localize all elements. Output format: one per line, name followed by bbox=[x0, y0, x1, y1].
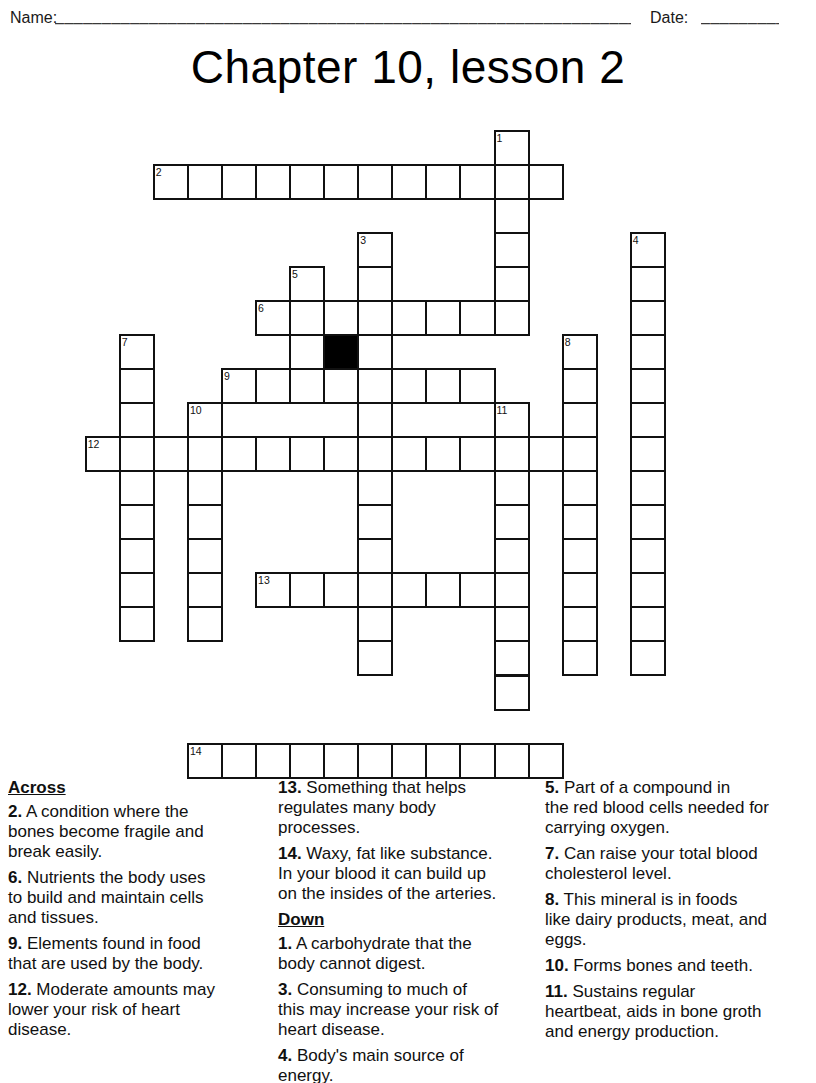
crossword-cell[interactable]: 14 bbox=[187, 743, 223, 779]
clue-4-down: 4. Body's main source of energy. bbox=[278, 1046, 540, 1083]
crossword-cell[interactable] bbox=[119, 368, 155, 404]
crossword-cell[interactable] bbox=[630, 368, 666, 404]
crossword-cell[interactable] bbox=[630, 606, 666, 642]
cell-number: 2 bbox=[156, 166, 162, 178]
crossword-cell[interactable] bbox=[425, 572, 461, 608]
across-header: Across bbox=[8, 778, 276, 798]
crossword-cell[interactable] bbox=[357, 334, 393, 370]
crossword-cell[interactable] bbox=[562, 572, 598, 608]
crossword-cell[interactable] bbox=[323, 300, 359, 336]
crossword-cell[interactable] bbox=[494, 675, 530, 711]
cell-number: 10 bbox=[190, 404, 202, 416]
clues-column-3: 5. Part of a compound in the red blood c… bbox=[545, 778, 813, 1048]
crossword-cell[interactable] bbox=[357, 470, 393, 506]
crossword-cell[interactable]: 12 bbox=[85, 436, 121, 472]
crossword-cell[interactable] bbox=[459, 572, 495, 608]
crossword-cell[interactable]: 4 bbox=[630, 232, 666, 268]
crossword-cell[interactable] bbox=[221, 436, 257, 472]
crossword-cell[interactable] bbox=[187, 436, 223, 472]
crossword-cell[interactable]: 13 bbox=[255, 572, 291, 608]
cell-number: 11 bbox=[497, 404, 508, 416]
crossword-cell[interactable] bbox=[289, 164, 325, 200]
cell-number: 3 bbox=[360, 234, 366, 246]
crossword-cell[interactable] bbox=[289, 334, 325, 370]
clues-column-2: 13. Something that helps regulates many … bbox=[278, 778, 540, 1083]
crossword-cell[interactable]: 11 bbox=[494, 402, 530, 438]
crossword-cell[interactable] bbox=[630, 572, 666, 608]
crossword-cell[interactable] bbox=[289, 436, 325, 472]
crossword-cell[interactable] bbox=[119, 470, 155, 506]
crossword-cell[interactable] bbox=[494, 300, 530, 336]
crossword-cell[interactable]: 1 bbox=[494, 130, 530, 166]
crossword-cell[interactable] bbox=[153, 436, 189, 472]
crossword-cell[interactable] bbox=[119, 402, 155, 438]
crossword-cell[interactable] bbox=[562, 436, 598, 472]
crossword-cell[interactable]: 9 bbox=[221, 368, 257, 404]
crossword-cell[interactable] bbox=[425, 368, 461, 404]
crossword-cell[interactable] bbox=[119, 572, 155, 608]
crossword-cell[interactable] bbox=[357, 640, 393, 676]
clue-number: 13. bbox=[278, 778, 302, 797]
crossword-cell[interactable] bbox=[494, 198, 530, 234]
crossword-cell[interactable] bbox=[187, 164, 223, 200]
crossword-cell[interactable] bbox=[494, 266, 530, 302]
crossword-cell[interactable] bbox=[425, 743, 461, 779]
crossword-cell[interactable] bbox=[323, 368, 359, 404]
clue-14-across: 14. Waxy, fat like substance. In your bl… bbox=[278, 844, 540, 904]
crossword-cell[interactable] bbox=[323, 436, 359, 472]
blocked-cell bbox=[323, 334, 359, 370]
crossword-cell[interactable] bbox=[187, 538, 223, 574]
crossword-cell[interactable] bbox=[255, 164, 291, 200]
crossword-cell[interactable] bbox=[494, 640, 530, 676]
clue-11-down: 11. Sustains regular heartbeat, aids in … bbox=[545, 982, 813, 1042]
crossword-cell[interactable] bbox=[357, 402, 393, 438]
crossword-cell[interactable] bbox=[289, 743, 325, 779]
clue-number: 14. bbox=[278, 844, 302, 863]
crossword-cell[interactable] bbox=[391, 402, 495, 438]
crossword-cell[interactable] bbox=[562, 640, 598, 676]
crossword-cell[interactable] bbox=[391, 300, 427, 336]
crossword-cell[interactable] bbox=[255, 743, 291, 779]
crossword-cell[interactable] bbox=[391, 743, 427, 779]
crossword-cell[interactable] bbox=[459, 300, 495, 336]
crossword-cell[interactable] bbox=[289, 300, 325, 336]
crossword-cell[interactable] bbox=[459, 164, 495, 200]
crossword-cell[interactable] bbox=[630, 640, 666, 676]
clue-number: 3. bbox=[278, 980, 292, 999]
crossword-cell[interactable] bbox=[357, 504, 393, 540]
cell-number: 7 bbox=[122, 336, 128, 348]
clue-5-down: 5. Part of a compound in the red blood c… bbox=[545, 778, 813, 838]
clue-number: 11. bbox=[545, 982, 568, 1001]
crossword-cell[interactable] bbox=[357, 300, 393, 336]
crossword-cell[interactable] bbox=[391, 436, 427, 472]
crossword-cell[interactable]: 10 bbox=[187, 402, 223, 438]
crossword-cell[interactable] bbox=[357, 572, 393, 608]
crossword-cell[interactable] bbox=[630, 266, 666, 302]
crossword-cell[interactable]: 2 bbox=[153, 164, 189, 200]
crossword-cell[interactable] bbox=[289, 368, 325, 404]
crossword-cell[interactable] bbox=[425, 300, 461, 336]
crossword-cell[interactable] bbox=[425, 164, 461, 200]
crossword-cell[interactable] bbox=[630, 470, 666, 506]
crossword-cell[interactable] bbox=[459, 743, 495, 779]
crossword-cell[interactable] bbox=[630, 334, 666, 370]
clue-1-down: 1. A carbohydrate that the body cannot d… bbox=[278, 934, 540, 974]
crossword-cell[interactable] bbox=[323, 572, 359, 608]
clue-number: 1. bbox=[278, 934, 292, 953]
crossword-cell[interactable] bbox=[323, 743, 359, 779]
crossword-cell[interactable] bbox=[494, 470, 530, 506]
clue-number: 6. bbox=[8, 868, 22, 887]
crossword-cell[interactable] bbox=[391, 164, 427, 200]
crossword-cell[interactable] bbox=[630, 504, 666, 540]
crossword-cell[interactable] bbox=[357, 436, 393, 472]
crossword-cell[interactable] bbox=[323, 164, 359, 200]
crossword-cell[interactable] bbox=[494, 538, 530, 574]
crossword-cell[interactable] bbox=[221, 743, 257, 779]
crossword-cell[interactable] bbox=[494, 436, 530, 472]
crossword-cell[interactable]: 6 bbox=[255, 300, 291, 336]
crossword-cell[interactable] bbox=[187, 504, 223, 540]
crossword-cell[interactable] bbox=[357, 743, 393, 779]
crossword-cell[interactable] bbox=[494, 572, 530, 608]
crossword-cell[interactable] bbox=[528, 164, 564, 200]
worksheet-page: Name: __________________________________… bbox=[0, 0, 816, 1083]
cell-number: 13 bbox=[258, 574, 270, 586]
crossword-cell[interactable] bbox=[562, 368, 598, 404]
crossword-cell[interactable]: 5 bbox=[289, 266, 325, 302]
crossword-cell[interactable] bbox=[494, 164, 530, 200]
crossword-cell[interactable] bbox=[391, 572, 427, 608]
clue-number: 12. bbox=[8, 980, 32, 999]
cell-number: 14 bbox=[190, 745, 202, 757]
crossword-cell[interactable] bbox=[357, 164, 393, 200]
cell-number: 4 bbox=[633, 234, 639, 246]
clue-6-across: 6. Nutrients the body uses to build and … bbox=[8, 868, 276, 928]
clue-number: 2. bbox=[8, 802, 22, 821]
crossword-cell[interactable]: 7 bbox=[119, 334, 155, 370]
crossword-cell[interactable] bbox=[357, 606, 393, 642]
crossword-cell[interactable] bbox=[528, 743, 564, 779]
crossword-cell[interactable] bbox=[528, 436, 564, 472]
crossword-cell[interactable] bbox=[119, 606, 155, 642]
down-header: Down bbox=[278, 910, 540, 930]
crossword-cell[interactable] bbox=[562, 606, 598, 642]
crossword-cell[interactable] bbox=[562, 470, 598, 506]
clue-number: 4. bbox=[278, 1046, 292, 1065]
crossword-cell[interactable] bbox=[221, 164, 257, 200]
crossword-cell[interactable] bbox=[562, 504, 598, 540]
clue-number: 7. bbox=[545, 844, 559, 863]
crossword-cell[interactable] bbox=[221, 402, 359, 438]
crossword-cell[interactable] bbox=[119, 538, 155, 574]
crossword-cell[interactable] bbox=[119, 436, 155, 472]
clue-number: 10. bbox=[545, 956, 569, 975]
clue-2-across: 2. A condition where the bones become fr… bbox=[8, 802, 276, 862]
clue-8-down: 8. This mineral is in foods like dairy p… bbox=[545, 890, 813, 950]
clue-number: 5. bbox=[545, 778, 559, 797]
crossword-cell[interactable] bbox=[391, 368, 427, 404]
crossword-cell[interactable] bbox=[494, 504, 530, 540]
clues-column-1: Across2. A condition where the bones bec… bbox=[8, 778, 276, 1046]
crossword-cell[interactable] bbox=[562, 402, 598, 438]
clue-12-across: 12. Moderate amounts may lower your risk… bbox=[8, 980, 276, 1040]
crossword-cell[interactable] bbox=[459, 436, 495, 472]
crossword-cell[interactable] bbox=[630, 538, 666, 574]
crossword-cell[interactable] bbox=[630, 300, 666, 336]
crossword-cell[interactable] bbox=[425, 436, 461, 472]
crossword-cell[interactable] bbox=[494, 232, 530, 268]
crossword-cell[interactable] bbox=[255, 436, 291, 472]
crossword-cell[interactable] bbox=[357, 266, 393, 302]
crossword-cell[interactable]: 8 bbox=[562, 334, 598, 370]
crossword-cell[interactable]: 3 bbox=[357, 232, 393, 268]
cell-number: 9 bbox=[224, 370, 230, 382]
crossword-cell[interactable] bbox=[187, 572, 223, 608]
clue-13-across: 13. Something that helps regulates many … bbox=[278, 778, 540, 838]
clue-number: 8. bbox=[545, 890, 559, 909]
cell-number: 8 bbox=[565, 336, 571, 348]
crossword-cell[interactable] bbox=[187, 470, 223, 506]
cell-number: 12 bbox=[88, 438, 100, 450]
cell-number: 5 bbox=[292, 268, 298, 280]
clue-3-down: 3. Consuming to much of this may increas… bbox=[278, 980, 540, 1040]
cell-number: 6 bbox=[258, 302, 264, 314]
clue-7-down: 7. Can raise your total blood cholestero… bbox=[545, 844, 813, 884]
crossword-cell[interactable] bbox=[357, 538, 393, 574]
crossword-cell[interactable] bbox=[289, 572, 325, 608]
crossword-cell[interactable] bbox=[187, 606, 223, 642]
crossword-cell[interactable] bbox=[630, 402, 666, 438]
clue-10-down: 10. Forms bones and teeth. bbox=[545, 956, 813, 976]
crossword-cell[interactable] bbox=[255, 368, 291, 404]
crossword-cell[interactable] bbox=[119, 504, 155, 540]
crossword-cell[interactable] bbox=[562, 538, 598, 574]
crossword-cell[interactable] bbox=[494, 743, 530, 779]
cell-number: 1 bbox=[497, 132, 503, 144]
crossword-cell[interactable] bbox=[357, 368, 393, 404]
clue-9-across: 9. Elements found in food that are used … bbox=[8, 934, 276, 974]
clue-number: 9. bbox=[8, 934, 22, 953]
crossword-cell[interactable] bbox=[630, 436, 666, 472]
crossword-cell[interactable] bbox=[494, 606, 530, 642]
crossword-cell[interactable] bbox=[459, 368, 495, 404]
